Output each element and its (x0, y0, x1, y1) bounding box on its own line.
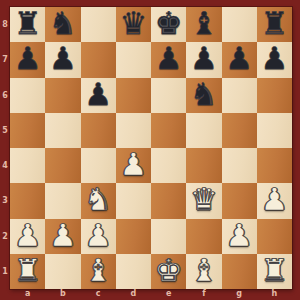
square-b6[interactable] (45, 78, 80, 113)
square-b7[interactable]: ♟ (45, 42, 80, 77)
square-d6[interactable] (116, 78, 151, 113)
square-d4[interactable]: ♟ (116, 148, 151, 183)
square-c3[interactable]: ♞ (81, 183, 116, 218)
file-label-b: b (45, 289, 80, 300)
square-g7[interactable]: ♟ (222, 42, 257, 77)
rank-labels: 87654321 (0, 7, 10, 289)
square-d5[interactable] (116, 113, 151, 148)
square-b5[interactable] (45, 113, 80, 148)
square-b8[interactable]: ♞ (45, 7, 80, 42)
square-f5[interactable] (186, 113, 221, 148)
square-g1[interactable] (222, 254, 257, 289)
file-label-g: g (222, 289, 257, 300)
square-f1[interactable]: ♝ (186, 254, 221, 289)
file-label-d: d (116, 289, 151, 300)
square-c4[interactable] (81, 148, 116, 183)
file-label-f: f (186, 289, 221, 300)
square-e4[interactable] (151, 148, 186, 183)
square-a1[interactable]: ♜ (10, 254, 45, 289)
white-pawn-icon: ♟ (225, 220, 253, 251)
square-f7[interactable]: ♟ (186, 42, 221, 77)
file-label-h: h (257, 289, 292, 300)
square-d3[interactable] (116, 183, 151, 218)
black-pawn-icon: ♟ (84, 79, 112, 110)
square-h7[interactable]: ♟ (257, 42, 292, 77)
white-pawn-icon: ♟ (260, 184, 288, 215)
square-h6[interactable] (257, 78, 292, 113)
square-d1[interactable] (116, 254, 151, 289)
square-g2[interactable]: ♟ (222, 219, 257, 254)
chess-board-frame: 87654321 ♜♞♛♚♝♜♟♟♟♟♟♟♟♞♟♞♛♟♟♟♟♟♜♝♚♝♜ abc… (0, 0, 300, 300)
chess-board: ♜♞♛♚♝♜♟♟♟♟♟♟♟♞♟♞♛♟♟♟♟♟♜♝♚♝♜ (10, 7, 292, 289)
white-pawn-icon: ♟ (119, 149, 147, 180)
square-e8[interactable]: ♚ (151, 7, 186, 42)
square-c8[interactable] (81, 7, 116, 42)
white-knight-icon: ♞ (84, 184, 112, 215)
square-b3[interactable] (45, 183, 80, 218)
square-c1[interactable]: ♝ (81, 254, 116, 289)
white-pawn-icon: ♟ (14, 220, 42, 251)
square-h2[interactable] (257, 219, 292, 254)
file-label-c: c (81, 289, 116, 300)
file-labels: abcdefgh (10, 289, 292, 300)
black-pawn-icon: ♟ (49, 43, 77, 74)
white-queen-icon: ♛ (190, 184, 218, 215)
square-a5[interactable] (10, 113, 45, 148)
rank-label-2: 2 (0, 219, 10, 254)
rank-label-1: 1 (0, 254, 10, 289)
square-c5[interactable] (81, 113, 116, 148)
square-h5[interactable] (257, 113, 292, 148)
square-g3[interactable] (222, 183, 257, 218)
rank-label-6: 6 (0, 78, 10, 113)
rank-label-3: 3 (0, 183, 10, 218)
square-b4[interactable] (45, 148, 80, 183)
square-h3[interactable]: ♟ (257, 183, 292, 218)
black-knight-icon: ♞ (190, 79, 218, 110)
black-pawn-icon: ♟ (190, 43, 218, 74)
black-rook-icon: ♜ (14, 8, 42, 39)
square-a3[interactable] (10, 183, 45, 218)
square-a7[interactable]: ♟ (10, 42, 45, 77)
file-label-e: e (151, 289, 186, 300)
black-bishop-icon: ♝ (190, 8, 218, 39)
black-pawn-icon: ♟ (155, 43, 183, 74)
white-bishop-icon: ♝ (84, 255, 112, 286)
square-e6[interactable] (151, 78, 186, 113)
black-pawn-icon: ♟ (260, 43, 288, 74)
square-g5[interactable] (222, 113, 257, 148)
square-f6[interactable]: ♞ (186, 78, 221, 113)
black-queen-icon: ♛ (119, 8, 147, 39)
white-pawn-icon: ♟ (84, 220, 112, 251)
square-a6[interactable] (10, 78, 45, 113)
square-g4[interactable] (222, 148, 257, 183)
square-a4[interactable] (10, 148, 45, 183)
rank-label-4: 4 (0, 148, 10, 183)
square-d7[interactable] (116, 42, 151, 77)
square-f4[interactable] (186, 148, 221, 183)
square-h1[interactable]: ♜ (257, 254, 292, 289)
black-pawn-icon: ♟ (14, 43, 42, 74)
square-h4[interactable] (257, 148, 292, 183)
black-king-icon: ♚ (155, 8, 183, 39)
square-e1[interactable]: ♚ (151, 254, 186, 289)
square-c2[interactable]: ♟ (81, 219, 116, 254)
white-rook-icon: ♜ (14, 255, 42, 286)
black-rook-icon: ♜ (260, 8, 288, 39)
square-d2[interactable] (116, 219, 151, 254)
square-e5[interactable] (151, 113, 186, 148)
square-h8[interactable]: ♜ (257, 7, 292, 42)
square-b2[interactable]: ♟ (45, 219, 80, 254)
white-bishop-icon: ♝ (190, 255, 218, 286)
square-d8[interactable]: ♛ (116, 7, 151, 42)
square-f2[interactable] (186, 219, 221, 254)
square-c7[interactable] (81, 42, 116, 77)
square-b1[interactable] (45, 254, 80, 289)
rank-label-5: 5 (0, 113, 10, 148)
square-e7[interactable]: ♟ (151, 42, 186, 77)
square-a2[interactable]: ♟ (10, 219, 45, 254)
square-e3[interactable] (151, 183, 186, 218)
black-pawn-icon: ♟ (225, 43, 253, 74)
square-g8[interactable] (222, 7, 257, 42)
rank-label-8: 8 (0, 7, 10, 42)
white-pawn-icon: ♟ (49, 220, 77, 251)
rank-label-7: 7 (0, 42, 10, 77)
file-label-a: a (10, 289, 45, 300)
white-king-icon: ♚ (155, 255, 183, 286)
square-f8[interactable]: ♝ (186, 7, 221, 42)
square-e2[interactable] (151, 219, 186, 254)
square-a8[interactable]: ♜ (10, 7, 45, 42)
square-c6[interactable]: ♟ (81, 78, 116, 113)
white-rook-icon: ♜ (260, 255, 288, 286)
black-knight-icon: ♞ (49, 8, 77, 39)
square-g6[interactable] (222, 78, 257, 113)
square-f3[interactable]: ♛ (186, 183, 221, 218)
